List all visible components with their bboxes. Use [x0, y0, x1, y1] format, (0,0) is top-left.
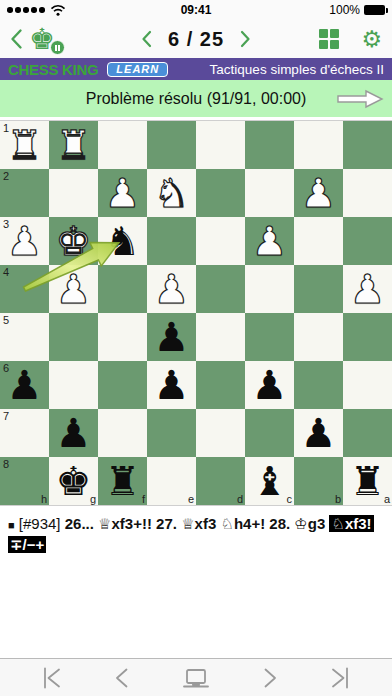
square-c1[interactable]	[245, 121, 294, 169]
move-notation[interactable]: ■ [#934] 26... ♕xf3+!! 27. ♕xf3 ♘h4+! 28…	[0, 506, 392, 554]
piece-black-pawn: ♟	[301, 413, 337, 453]
square-d5[interactable]	[196, 313, 245, 361]
piece-white-knight: ♞	[154, 173, 190, 213]
file-label: a	[384, 493, 390, 505]
brand-label: CHESS KING	[8, 61, 98, 78]
square-e4[interactable]: ♟	[147, 265, 196, 313]
prev-problem-button[interactable]	[141, 30, 152, 48]
piece-white-pawn: ♟	[301, 173, 337, 213]
square-f2[interactable]: ♟	[98, 169, 147, 217]
next-arrow-button[interactable]	[336, 89, 384, 109]
square-b8[interactable]: b	[294, 457, 343, 505]
current-move[interactable]: ♘xf3!	[329, 515, 373, 532]
piece-black-knight: ♞	[105, 221, 141, 261]
piece-black-pawn: ♟	[252, 365, 288, 405]
solved-banner-text: Problème résolu (91/91, 00:00)	[86, 90, 307, 108]
square-d4[interactable]	[196, 265, 245, 313]
file-label: e	[188, 493, 194, 505]
square-h7[interactable]: 7	[0, 409, 49, 457]
rank-label: 3	[3, 218, 9, 230]
prev-move-button[interactable]	[110, 665, 136, 691]
square-e1[interactable]	[147, 121, 196, 169]
rank-label: 8	[3, 458, 9, 470]
square-g8[interactable]: g♚	[49, 457, 98, 505]
square-h6[interactable]: 6♟	[0, 361, 49, 409]
square-a3[interactable]	[343, 217, 392, 265]
square-b5[interactable]	[294, 313, 343, 361]
square-g3[interactable]: ♚	[49, 217, 98, 265]
laptop-icon	[180, 665, 212, 691]
square-d6[interactable]	[196, 361, 245, 409]
nav-bar: ♚ 6 / 25 ⚙	[0, 20, 392, 58]
square-b2[interactable]: ♟	[294, 169, 343, 217]
piece-black-rook: ♜	[105, 461, 141, 501]
square-e3[interactable]	[147, 217, 196, 265]
piece-black-king: ♚	[56, 461, 92, 501]
piece-black-pawn: ♟	[154, 365, 190, 405]
piece-black-rook: ♜	[350, 461, 386, 501]
app-screen: 09:41 100% ♚ 6 / 25 ⚙	[0, 0, 392, 696]
next-move-icon	[256, 665, 282, 691]
square-a1[interactable]	[343, 121, 392, 169]
square-g1[interactable]: ♜	[49, 121, 98, 169]
square-h4[interactable]: 4	[0, 265, 49, 313]
square-d8[interactable]: d	[196, 457, 245, 505]
rank-label: 5	[3, 314, 9, 326]
square-e6[interactable]: ♟	[147, 361, 196, 409]
go-first-icon	[40, 665, 66, 691]
move-list[interactable]: 26... ♕xf3+!! 27. ♕xf3 ♘h4+! 28. ♔g3	[65, 515, 326, 532]
square-f7[interactable]	[98, 409, 147, 457]
square-d7[interactable]	[196, 409, 245, 457]
piece-white-pawn: ♟	[7, 221, 43, 261]
square-d2[interactable]	[196, 169, 245, 217]
rank-label: 7	[3, 410, 9, 422]
rank-label: 2	[3, 170, 9, 182]
go-last-button[interactable]	[326, 665, 352, 691]
square-g4[interactable]: ♟	[49, 265, 98, 313]
status-bar: 09:41 100%	[0, 0, 392, 20]
piece-white-rook: ♜	[56, 125, 92, 165]
file-label: c	[287, 493, 293, 505]
problems-grid-button[interactable]	[319, 29, 340, 50]
file-label: d	[237, 493, 243, 505]
piece-white-rook: ♜	[7, 125, 43, 165]
piece-white-pawn: ♟	[154, 269, 190, 309]
course-title: Tactiques simples d'échecs II	[210, 62, 384, 77]
learn-badge: LEARN	[107, 62, 168, 77]
piece-black-bishop: ♝	[252, 461, 288, 501]
square-g6[interactable]	[49, 361, 98, 409]
rank-label: 6	[3, 362, 9, 374]
square-b1[interactable]	[294, 121, 343, 169]
square-a2[interactable]	[343, 169, 392, 217]
file-label: f	[142, 493, 145, 505]
square-h3[interactable]: 3♟	[0, 217, 49, 265]
square-b6[interactable]	[294, 361, 343, 409]
square-f4[interactable]	[98, 265, 147, 313]
solved-banner: Problème résolu (91/91, 00:00)	[0, 80, 392, 117]
square-a8[interactable]: a♜	[343, 457, 392, 505]
square-e8[interactable]: e	[147, 457, 196, 505]
square-c6[interactable]: ♟	[245, 361, 294, 409]
battery-icon	[364, 5, 385, 15]
square-b4[interactable]	[294, 265, 343, 313]
piece-white-pawn: ♟	[56, 269, 92, 309]
square-a4[interactable]: ♟	[343, 265, 392, 313]
problem-counter: 6 / 25	[168, 28, 224, 51]
bottom-toolbar	[0, 658, 392, 696]
square-c3[interactable]: ♟	[245, 217, 294, 265]
square-e2[interactable]: ♞	[147, 169, 196, 217]
square-c2[interactable]	[245, 169, 294, 217]
file-label: g	[90, 493, 96, 505]
square-f6[interactable]	[98, 361, 147, 409]
piece-white-king: ♚	[56, 221, 92, 261]
next-problem-button[interactable]	[240, 30, 251, 48]
course-header: CHESS KING LEARN Tactiques simples d'éch…	[0, 58, 392, 80]
square-h2[interactable]: 2	[0, 169, 49, 217]
black-to-move-bullet: ■	[8, 519, 15, 531]
square-h8[interactable]: 8h	[0, 457, 49, 505]
settings-gear-button[interactable]: ⚙	[361, 28, 382, 51]
piece-white-pawn: ♟	[105, 173, 141, 213]
evaluation-badge: ∓/−+	[8, 536, 46, 553]
file-label: b	[335, 493, 341, 505]
prev-move-icon	[110, 665, 136, 691]
square-g2[interactable]	[49, 169, 98, 217]
square-c7[interactable]	[245, 409, 294, 457]
square-e5[interactable]: ♟	[147, 313, 196, 361]
square-f8[interactable]: f♜	[98, 457, 147, 505]
problem-number: [#934]	[19, 515, 61, 532]
rank-label: 1	[3, 122, 9, 134]
square-c5[interactable]	[245, 313, 294, 361]
go-first-button[interactable]	[40, 665, 66, 691]
square-f5[interactable]	[98, 313, 147, 361]
computer-analysis-button[interactable]	[180, 665, 212, 691]
square-b3[interactable]	[294, 217, 343, 265]
square-f3[interactable]: ♞	[98, 217, 147, 265]
battery-percent: 100%	[329, 3, 360, 17]
square-a7[interactable]	[343, 409, 392, 457]
rank-label: 4	[3, 266, 9, 278]
next-move-button[interactable]	[256, 665, 282, 691]
file-label: h	[41, 493, 47, 505]
square-h1[interactable]: 1♜	[0, 121, 49, 169]
piece-black-pawn: ♟	[154, 317, 190, 357]
piece-black-pawn: ♟	[56, 413, 92, 453]
go-last-icon	[326, 665, 352, 691]
square-e7[interactable]	[147, 409, 196, 457]
square-c4[interactable]	[245, 265, 294, 313]
square-a5[interactable]	[343, 313, 392, 361]
piece-white-pawn: ♟	[350, 269, 386, 309]
chess-board[interactable]: 1♜♜2♟♞♟3♟♚♞♟4♟♟♟5♟6♟♟♟7♟♟8hg♚f♜edc♝ba♜	[0, 120, 392, 506]
square-d3[interactable]	[196, 217, 245, 265]
square-h5[interactable]: 5	[0, 313, 49, 361]
square-g7[interactable]: ♟	[49, 409, 98, 457]
piece-black-pawn: ♟	[7, 365, 43, 405]
square-g5[interactable]	[49, 313, 98, 361]
piece-white-pawn: ♟	[252, 221, 288, 261]
square-b7[interactable]: ♟	[294, 409, 343, 457]
square-c8[interactable]: c♝	[245, 457, 294, 505]
square-f1[interactable]	[98, 121, 147, 169]
square-d1[interactable]	[196, 121, 245, 169]
square-a6[interactable]	[343, 361, 392, 409]
